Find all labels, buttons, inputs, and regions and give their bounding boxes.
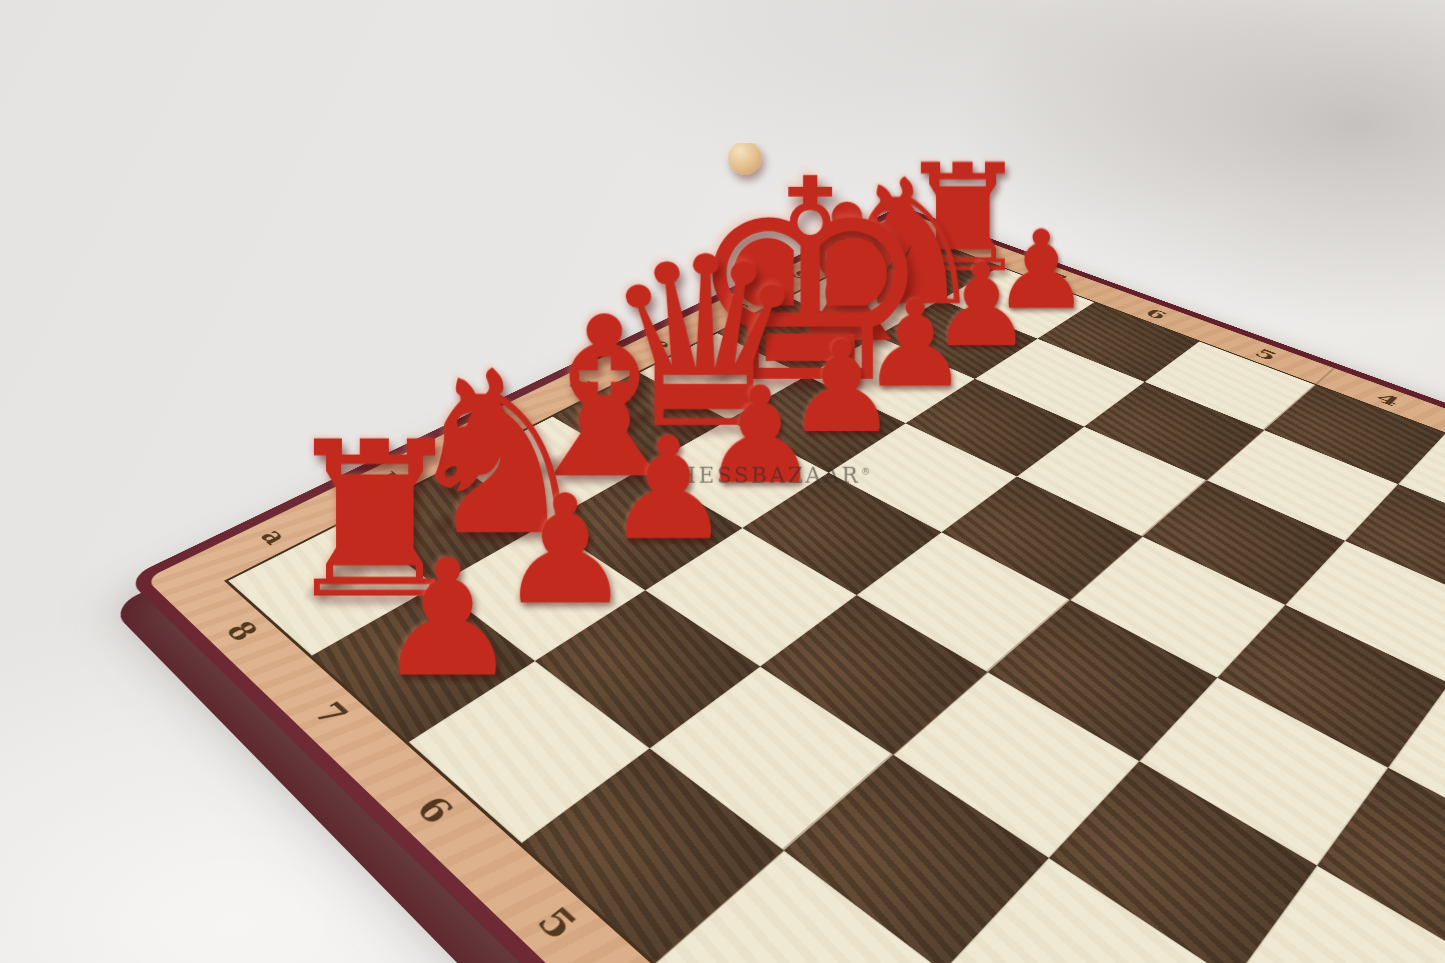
piece-red-pawn-a7: ♟: [367, 538, 528, 699]
product-photo: CHESSBAZAAR® aa88bb77cc66dd55ee44ff33gg2…: [0, 0, 1445, 963]
scene: CHESSBAZAAR® aa88bb77cc66dd55ee44ff33gg2…: [0, 0, 1445, 963]
king-finial-ball: [728, 141, 761, 174]
registered-mark: ®: [861, 466, 871, 478]
chessboard: CHESSBAZAAR® aa88bb77cc66dd55ee44ff33gg2…: [126, 206, 1445, 963]
